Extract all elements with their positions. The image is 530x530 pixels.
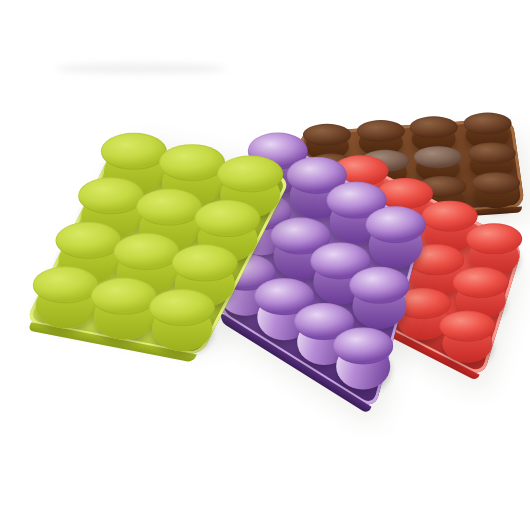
background-smudge <box>55 63 227 74</box>
product-photo <box>0 0 530 530</box>
